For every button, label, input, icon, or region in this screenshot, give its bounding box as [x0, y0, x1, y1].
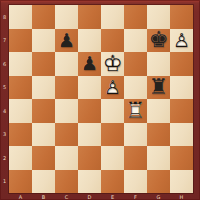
black-king[interactable]: ♚	[147, 29, 170, 53]
square-d1[interactable]	[78, 170, 101, 194]
piece-fill: ♜	[126, 100, 146, 122]
square-b5[interactable]	[32, 76, 55, 100]
square-h3[interactable]	[170, 123, 193, 147]
square-e4[interactable]	[101, 99, 124, 123]
square-g4[interactable]	[147, 99, 170, 123]
white-king[interactable]: ♚♔	[101, 52, 124, 76]
square-a1[interactable]	[9, 170, 32, 194]
file-label-c: C	[55, 193, 78, 200]
square-f7[interactable]	[124, 29, 147, 53]
square-c5[interactable]	[55, 76, 78, 100]
rank-coordinates: 87654321	[0, 5, 9, 193]
black-rook[interactable]: ♜	[147, 76, 170, 100]
square-e6[interactable]: ♚♔	[101, 52, 124, 76]
square-d5[interactable]	[78, 76, 101, 100]
square-a7[interactable]	[9, 29, 32, 53]
square-d2[interactable]	[78, 146, 101, 170]
square-f5[interactable]	[124, 76, 147, 100]
square-c1[interactable]	[55, 170, 78, 194]
rank-label-6: 6	[0, 52, 9, 76]
piece-glyph: ♔	[103, 53, 123, 75]
square-e5[interactable]: ♟♙	[101, 76, 124, 100]
square-a5[interactable]	[9, 76, 32, 100]
rank-label-3: 3	[0, 123, 9, 147]
file-label-a: A	[9, 193, 32, 200]
square-c3[interactable]	[55, 123, 78, 147]
rank-label-7: 7	[0, 29, 9, 53]
square-e7[interactable]	[101, 29, 124, 53]
square-h2[interactable]	[170, 146, 193, 170]
piece-fill: ♚	[103, 53, 123, 75]
square-d6[interactable]: ♟	[78, 52, 101, 76]
square-g8[interactable]	[147, 5, 170, 29]
square-a6[interactable]	[9, 52, 32, 76]
square-b4[interactable]	[32, 99, 55, 123]
square-e3[interactable]	[101, 123, 124, 147]
file-label-b: B	[32, 193, 55, 200]
square-a3[interactable]	[9, 123, 32, 147]
piece-glyph: ♙	[104, 78, 121, 97]
square-b6[interactable]	[32, 52, 55, 76]
square-a4[interactable]	[9, 99, 32, 123]
square-c7[interactable]: ♟	[55, 29, 78, 53]
square-b3[interactable]	[32, 123, 55, 147]
square-a2[interactable]	[9, 146, 32, 170]
square-a8[interactable]	[9, 5, 32, 29]
square-c2[interactable]	[55, 146, 78, 170]
white-rook[interactable]: ♜♖	[124, 99, 147, 123]
square-g6[interactable]	[147, 52, 170, 76]
board-frame: 87654321 ABCDEFGH ♟♚♟♙♟♚♔♟♙♜♜♖	[0, 0, 200, 200]
square-d3[interactable]	[78, 123, 101, 147]
white-pawn[interactable]: ♟♙	[170, 29, 193, 53]
square-c4[interactable]	[55, 99, 78, 123]
piece-fill: ♟	[104, 78, 121, 97]
square-f2[interactable]	[124, 146, 147, 170]
file-label-g: G	[147, 193, 170, 200]
piece-glyph: ♖	[126, 100, 146, 122]
piece-glyph: ♚	[149, 29, 169, 51]
square-h6[interactable]	[170, 52, 193, 76]
rank-label-4: 4	[0, 99, 9, 123]
square-b7[interactable]	[32, 29, 55, 53]
square-g5[interactable]: ♜	[147, 76, 170, 100]
square-d4[interactable]	[78, 99, 101, 123]
square-f8[interactable]	[124, 5, 147, 29]
square-e8[interactable]	[101, 5, 124, 29]
square-c6[interactable]	[55, 52, 78, 76]
black-pawn[interactable]: ♟	[55, 29, 78, 53]
square-g7[interactable]: ♚	[147, 29, 170, 53]
rank-label-8: 8	[0, 5, 9, 29]
square-g2[interactable]	[147, 146, 170, 170]
square-h8[interactable]	[170, 5, 193, 29]
square-g3[interactable]	[147, 123, 170, 147]
square-c8[interactable]	[55, 5, 78, 29]
square-b2[interactable]	[32, 146, 55, 170]
square-b8[interactable]	[32, 5, 55, 29]
square-f3[interactable]	[124, 123, 147, 147]
square-h4[interactable]	[170, 99, 193, 123]
square-h1[interactable]	[170, 170, 193, 194]
piece-fill: ♟	[173, 31, 190, 50]
piece-glyph: ♟	[81, 54, 98, 73]
square-f1[interactable]	[124, 170, 147, 194]
square-h7[interactable]: ♟♙	[170, 29, 193, 53]
rank-label-1: 1	[0, 170, 9, 194]
rank-label-2: 2	[0, 146, 9, 170]
file-label-d: D	[78, 193, 101, 200]
square-e1[interactable]	[101, 170, 124, 194]
square-d8[interactable]	[78, 5, 101, 29]
piece-glyph: ♜	[149, 76, 169, 98]
black-pawn[interactable]: ♟	[78, 52, 101, 76]
piece-glyph: ♟	[58, 31, 75, 50]
rank-label-5: 5	[0, 76, 9, 100]
file-coordinates: ABCDEFGH	[9, 193, 193, 200]
square-h5[interactable]	[170, 76, 193, 100]
square-e2[interactable]	[101, 146, 124, 170]
square-b1[interactable]	[32, 170, 55, 194]
white-pawn[interactable]: ♟♙	[101, 76, 124, 100]
file-label-e: E	[101, 193, 124, 200]
file-label-h: H	[170, 193, 193, 200]
file-label-f: F	[124, 193, 147, 200]
chess-board: ♟♚♟♙♟♚♔♟♙♜♜♖	[9, 5, 193, 193]
square-f6[interactable]	[124, 52, 147, 76]
square-g1[interactable]	[147, 170, 170, 194]
square-d7[interactable]	[78, 29, 101, 53]
square-f4[interactable]: ♜♖	[124, 99, 147, 123]
piece-glyph: ♙	[173, 31, 190, 50]
